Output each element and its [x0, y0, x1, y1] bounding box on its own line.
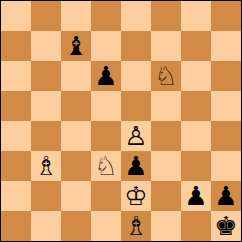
square-c1[interactable] — [61, 211, 91, 241]
square-d1[interactable] — [91, 211, 121, 241]
square-b3[interactable]: ♗ — [31, 151, 61, 181]
square-c2[interactable] — [61, 181, 91, 211]
square-d2[interactable] — [91, 181, 121, 211]
square-f8[interactable] — [151, 1, 181, 31]
square-g3[interactable] — [181, 151, 211, 181]
square-g8[interactable] — [181, 1, 211, 31]
square-d7[interactable] — [91, 31, 121, 61]
square-f5[interactable] — [151, 91, 181, 121]
square-a5[interactable] — [1, 91, 31, 121]
square-c8[interactable] — [61, 1, 91, 31]
square-a4[interactable] — [1, 121, 31, 151]
square-e3[interactable]: ♟ — [121, 151, 151, 181]
white-king[interactable]: ♔ — [124, 181, 147, 211]
square-h2[interactable]: ♟ — [211, 181, 241, 211]
black-pawn[interactable]: ♟ — [214, 181, 237, 211]
square-d3[interactable]: ♘ — [91, 151, 121, 181]
square-g5[interactable] — [181, 91, 211, 121]
square-g2[interactable]: ♟ — [181, 181, 211, 211]
white-pawn[interactable]: ♙ — [124, 121, 147, 151]
square-f7[interactable] — [151, 31, 181, 61]
square-e2[interactable]: ♔ — [121, 181, 151, 211]
square-a1[interactable] — [1, 211, 31, 241]
square-e7[interactable] — [121, 31, 151, 61]
square-e5[interactable] — [121, 91, 151, 121]
square-e4[interactable]: ♙ — [121, 121, 151, 151]
square-g7[interactable] — [181, 31, 211, 61]
square-e6[interactable] — [121, 61, 151, 91]
square-a2[interactable] — [1, 181, 31, 211]
square-a6[interactable] — [1, 61, 31, 91]
square-g1[interactable] — [181, 211, 211, 241]
square-d6[interactable]: ♟ — [91, 61, 121, 91]
square-f2[interactable] — [151, 181, 181, 211]
white-bishop[interactable]: ♗ — [124, 211, 147, 241]
square-g6[interactable] — [181, 61, 211, 91]
square-d4[interactable] — [91, 121, 121, 151]
black-pawn[interactable]: ♟ — [124, 151, 147, 181]
black-pawn[interactable]: ♟ — [94, 61, 117, 91]
square-c7[interactable]: ♝ — [61, 31, 91, 61]
square-b1[interactable] — [31, 211, 61, 241]
chess-board-wrapper: ♝♟♘♙♗♘♟♔♟♟♗♚ — [0, 0, 242, 242]
square-b4[interactable] — [31, 121, 61, 151]
square-d5[interactable] — [91, 91, 121, 121]
black-bishop[interactable]: ♝ — [64, 31, 87, 61]
square-c3[interactable] — [61, 151, 91, 181]
square-h4[interactable] — [211, 121, 241, 151]
square-c4[interactable] — [61, 121, 91, 151]
square-f3[interactable] — [151, 151, 181, 181]
square-e1[interactable]: ♗ — [121, 211, 151, 241]
square-f6[interactable]: ♘ — [151, 61, 181, 91]
square-a7[interactable] — [1, 31, 31, 61]
square-b5[interactable] — [31, 91, 61, 121]
square-h8[interactable] — [211, 1, 241, 31]
square-b6[interactable] — [31, 61, 61, 91]
square-b2[interactable] — [31, 181, 61, 211]
square-d8[interactable] — [91, 1, 121, 31]
square-h3[interactable] — [211, 151, 241, 181]
square-h1[interactable]: ♚ — [211, 211, 241, 241]
square-c6[interactable] — [61, 61, 91, 91]
black-king[interactable]: ♚ — [214, 211, 237, 241]
square-h6[interactable] — [211, 61, 241, 91]
square-e8[interactable] — [121, 1, 151, 31]
square-f1[interactable] — [151, 211, 181, 241]
square-a8[interactable] — [1, 1, 31, 31]
square-b8[interactable] — [31, 1, 61, 31]
square-b7[interactable] — [31, 31, 61, 61]
square-f4[interactable] — [151, 121, 181, 151]
square-g4[interactable] — [181, 121, 211, 151]
white-knight[interactable]: ♘ — [94, 151, 117, 181]
black-pawn[interactable]: ♟ — [184, 181, 207, 211]
square-c5[interactable] — [61, 91, 91, 121]
white-knight[interactable]: ♘ — [154, 61, 177, 91]
white-bishop[interactable]: ♗ — [34, 151, 57, 181]
square-a3[interactable] — [1, 151, 31, 181]
chess-board: ♝♟♘♙♗♘♟♔♟♟♗♚ — [0, 0, 242, 242]
square-h7[interactable] — [211, 31, 241, 61]
square-h5[interactable] — [211, 91, 241, 121]
